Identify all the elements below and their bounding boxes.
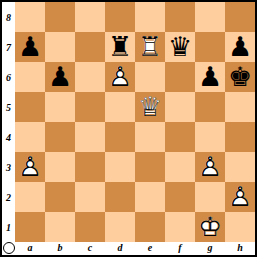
square-c8[interactable]: [75, 2, 105, 32]
square-c3[interactable]: [75, 152, 105, 182]
square-d5[interactable]: [105, 92, 135, 122]
file-label-f: f: [165, 242, 195, 255]
square-g8[interactable]: [195, 2, 225, 32]
piece-black-pawn[interactable]: ♟: [15, 32, 45, 62]
square-e6[interactable]: [135, 62, 165, 92]
rank-label-4: 4: [2, 122, 15, 152]
square-f6[interactable]: [165, 62, 195, 92]
square-e1[interactable]: [135, 212, 165, 242]
piece-white-queen-fill: ♛: [135, 92, 165, 122]
square-e3[interactable]: [135, 152, 165, 182]
square-g1[interactable]: ♚♔: [195, 212, 225, 242]
square-c7[interactable]: [75, 32, 105, 62]
piece-white-queen[interactable]: ♕: [135, 92, 165, 122]
white-to-move-circle: [3, 242, 15, 254]
square-b2[interactable]: [45, 182, 75, 212]
square-g5[interactable]: [195, 92, 225, 122]
square-f4[interactable]: [165, 122, 195, 152]
rank-label-6: 6: [2, 62, 15, 92]
file-label-b: b: [45, 242, 75, 255]
piece-white-pawn-fill: ♟: [225, 182, 255, 212]
square-a3[interactable]: ♟♙: [15, 152, 45, 182]
square-a8[interactable]: [15, 2, 45, 32]
rank-label-1: 1: [2, 212, 15, 242]
square-d2[interactable]: [105, 182, 135, 212]
square-h2[interactable]: ♟♙: [225, 182, 255, 212]
piece-black-pawn[interactable]: ♟: [45, 62, 75, 92]
file-label-d: d: [105, 242, 135, 255]
square-g4[interactable]: [195, 122, 225, 152]
square-e5[interactable]: ♛♕: [135, 92, 165, 122]
rank-labels: 87654321: [2, 2, 15, 242]
piece-white-pawn[interactable]: ♙: [195, 152, 225, 182]
file-label-c: c: [75, 242, 105, 255]
square-h4[interactable]: [225, 122, 255, 152]
square-h7[interactable]: ♟: [225, 32, 255, 62]
square-e2[interactable]: [135, 182, 165, 212]
square-b4[interactable]: [45, 122, 75, 152]
piece-black-pawn[interactable]: ♟: [195, 62, 225, 92]
square-f1[interactable]: [165, 212, 195, 242]
square-d3[interactable]: [105, 152, 135, 182]
square-c2[interactable]: [75, 182, 105, 212]
square-c1[interactable]: [75, 212, 105, 242]
square-c4[interactable]: [75, 122, 105, 152]
square-h5[interactable]: [225, 92, 255, 122]
square-a6[interactable]: [15, 62, 45, 92]
square-f7[interactable]: ♛: [165, 32, 195, 62]
square-f5[interactable]: [165, 92, 195, 122]
square-f8[interactable]: [165, 2, 195, 32]
piece-white-pawn-fill: ♟: [105, 62, 135, 92]
square-g2[interactable]: [195, 182, 225, 212]
square-a4[interactable]: [15, 122, 45, 152]
piece-black-pawn[interactable]: ♟: [225, 32, 255, 62]
side-to-move-indicator: [2, 242, 15, 255]
square-g7[interactable]: [195, 32, 225, 62]
square-b8[interactable]: [45, 2, 75, 32]
rank-label-7: 7: [2, 32, 15, 62]
square-h8[interactable]: [225, 2, 255, 32]
piece-white-pawn-fill: ♟: [195, 152, 225, 182]
piece-black-queen[interactable]: ♛: [165, 32, 195, 62]
square-b1[interactable]: [45, 212, 75, 242]
square-b6[interactable]: ♟: [45, 62, 75, 92]
square-a1[interactable]: [15, 212, 45, 242]
piece-white-rook[interactable]: ♖: [135, 32, 165, 62]
square-c6[interactable]: [75, 62, 105, 92]
square-h1[interactable]: [225, 212, 255, 242]
piece-white-king-fill: ♚: [195, 212, 225, 242]
square-d4[interactable]: [105, 122, 135, 152]
piece-white-king[interactable]: ♔: [195, 212, 225, 242]
piece-white-pawn[interactable]: ♙: [105, 62, 135, 92]
square-b3[interactable]: [45, 152, 75, 182]
chess-diagram: 87654321 ♟♜♜♖♛♟♟♟♙♟♚♛♕♟♙♟♙♟♙♚♔ abcdefgh: [0, 0, 257, 257]
square-a5[interactable]: [15, 92, 45, 122]
rank-label-5: 5: [2, 92, 15, 122]
square-a7[interactable]: ♟: [15, 32, 45, 62]
square-g6[interactable]: ♟: [195, 62, 225, 92]
square-d6[interactable]: ♟♙: [105, 62, 135, 92]
square-f3[interactable]: [165, 152, 195, 182]
file-label-g: g: [195, 242, 225, 255]
file-label-a: a: [15, 242, 45, 255]
square-g3[interactable]: ♟♙: [195, 152, 225, 182]
square-b5[interactable]: [45, 92, 75, 122]
piece-white-pawn-fill: ♟: [15, 152, 45, 182]
rank-label-3: 3: [2, 152, 15, 182]
square-b7[interactable]: [45, 32, 75, 62]
square-e7[interactable]: ♜♖: [135, 32, 165, 62]
chess-board[interactable]: ♟♜♜♖♛♟♟♟♙♟♚♛♕♟♙♟♙♟♙♚♔: [15, 2, 255, 242]
file-label-e: e: [135, 242, 165, 255]
square-e4[interactable]: [135, 122, 165, 152]
file-labels: abcdefgh: [15, 242, 255, 255]
square-a2[interactable]: [15, 182, 45, 212]
square-h3[interactable]: [225, 152, 255, 182]
square-f2[interactable]: [165, 182, 195, 212]
square-c5[interactable]: [75, 92, 105, 122]
piece-white-rook-fill: ♜: [135, 32, 165, 62]
piece-black-king[interactable]: ♚: [225, 62, 255, 92]
square-e8[interactable]: [135, 2, 165, 32]
piece-white-pawn[interactable]: ♙: [15, 152, 45, 182]
square-d7[interactable]: ♜: [105, 32, 135, 62]
piece-black-rook[interactable]: ♜: [105, 32, 135, 62]
square-h6[interactable]: ♚: [225, 62, 255, 92]
rank-label-2: 2: [2, 182, 15, 212]
piece-white-pawn[interactable]: ♙: [225, 182, 255, 212]
file-label-h: h: [225, 242, 255, 255]
rank-label-8: 8: [2, 2, 15, 32]
square-d1[interactable]: [105, 212, 135, 242]
square-d8[interactable]: [105, 2, 135, 32]
